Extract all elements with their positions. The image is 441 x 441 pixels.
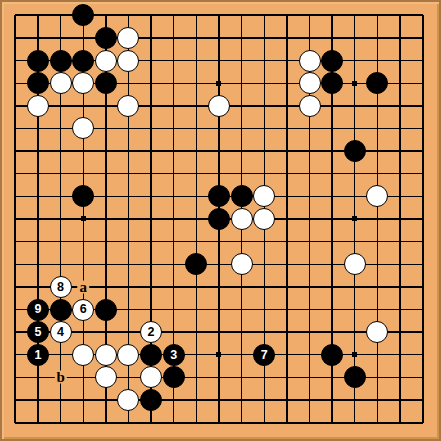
board-intersection[interactable] [140,4,163,27]
board-intersection[interactable] [389,185,412,208]
board-intersection[interactable] [298,49,321,72]
board-intersection[interactable] [49,253,72,276]
board-intersection[interactable] [389,276,412,299]
board-intersection[interactable] [117,27,140,50]
board-intersection[interactable] [208,4,231,27]
board-intersection[interactable] [162,185,185,208]
board-intersection[interactable] [49,185,72,208]
board-intersection[interactable] [27,276,50,299]
board-intersection[interactable] [27,140,50,163]
board-intersection[interactable] [276,27,299,50]
board-intersection[interactable] [140,230,163,253]
board-intersection[interactable] [49,298,72,321]
board-intersection[interactable] [230,276,253,299]
board-intersection[interactable] [411,253,434,276]
board-intersection[interactable] [253,230,276,253]
board-intersection[interactable] [185,95,208,118]
board-intersection[interactable] [95,117,118,140]
board-intersection[interactable] [140,298,163,321]
board-intersection[interactable] [411,95,434,118]
board-intersection[interactable] [117,321,140,344]
board-intersection[interactable] [208,117,231,140]
board-intersection[interactable] [72,208,95,231]
board-intersection[interactable] [162,298,185,321]
board-intersection[interactable] [185,185,208,208]
board-intersection[interactable] [117,253,140,276]
board-intersection[interactable] [321,389,344,412]
board-intersection[interactable] [389,411,412,434]
board-intersection[interactable] [185,72,208,95]
board-intersection[interactable] [298,230,321,253]
board-intersection[interactable] [117,208,140,231]
board-intersection[interactable] [27,253,50,276]
board-intersection[interactable] [208,366,231,389]
board-intersection[interactable] [185,208,208,231]
board-intersection[interactable] [389,366,412,389]
board-intersection[interactable] [411,343,434,366]
board-intersection[interactable] [298,27,321,50]
board-intersection[interactable] [411,49,434,72]
board-intersection[interactable] [4,411,27,434]
board-intersection[interactable] [95,95,118,118]
board-intersection[interactable] [276,230,299,253]
board-intersection[interactable] [162,276,185,299]
board-intersection[interactable] [343,72,366,95]
board-intersection[interactable] [366,298,389,321]
board-intersection[interactable] [253,389,276,412]
board-intersection[interactable] [411,27,434,50]
board-intersection[interactable] [208,49,231,72]
board-intersection[interactable] [4,4,27,27]
board-intersection[interactable] [27,49,50,72]
board-intersection[interactable] [27,117,50,140]
board-intersection[interactable] [95,389,118,412]
board-intersection[interactable] [4,276,27,299]
board-intersection[interactable] [27,389,50,412]
board-intersection[interactable] [389,72,412,95]
board-intersection[interactable]: 9 [27,298,50,321]
board-intersection[interactable] [366,4,389,27]
board-intersection[interactable] [366,230,389,253]
board-intersection[interactable] [366,276,389,299]
board-intersection[interactable] [321,117,344,140]
board-intersection[interactable] [95,230,118,253]
board-intersection[interactable] [95,185,118,208]
board-intersection[interactable] [72,389,95,412]
board-intersection[interactable] [185,140,208,163]
board-intersection[interactable] [298,389,321,412]
board-intersection[interactable] [253,208,276,231]
board-intersection[interactable] [117,298,140,321]
board-intersection[interactable]: 1 [27,343,50,366]
board-intersection[interactable] [411,117,434,140]
board-intersection[interactable] [27,95,50,118]
board-intersection[interactable] [49,208,72,231]
board-intersection[interactable] [4,95,27,118]
board-intersection[interactable] [162,27,185,50]
board-intersection[interactable] [208,185,231,208]
board-intersection[interactable] [162,208,185,231]
board-intersection[interactable] [117,185,140,208]
board-intersection[interactable] [321,253,344,276]
board-intersection[interactable] [140,208,163,231]
board-intersection[interactable] [140,185,163,208]
board-intersection[interactable] [4,140,27,163]
board-intersection[interactable] [298,208,321,231]
board-intersection[interactable] [95,298,118,321]
board-intersection[interactable] [27,366,50,389]
board-intersection[interactable] [343,389,366,412]
board-intersection[interactable] [72,366,95,389]
board-intersection[interactable] [95,27,118,50]
board-intersection[interactable] [343,27,366,50]
board-intersection[interactable] [162,366,185,389]
board-intersection[interactable] [366,140,389,163]
board-intersection[interactable] [4,162,27,185]
board-intersection[interactable] [140,95,163,118]
board-intersection[interactable] [230,230,253,253]
board-intersection[interactable] [366,253,389,276]
board-intersection[interactable] [95,162,118,185]
board-intersection[interactable] [411,276,434,299]
board-intersection[interactable]: 2 [140,321,163,344]
board-intersection[interactable] [72,253,95,276]
board-intersection[interactable] [208,230,231,253]
board-intersection[interactable] [389,117,412,140]
board-intersection[interactable] [366,411,389,434]
board-intersection[interactable] [411,4,434,27]
board-intersection[interactable] [276,117,299,140]
board-intersection[interactable] [117,276,140,299]
board-intersection[interactable] [298,140,321,163]
board-intersection[interactable] [72,27,95,50]
board-intersection[interactable]: 8 [49,276,72,299]
board-intersection[interactable] [208,321,231,344]
board-intersection[interactable] [230,162,253,185]
board-intersection[interactable] [366,366,389,389]
board-intersection[interactable] [298,343,321,366]
board-intersection[interactable] [72,4,95,27]
board-intersection[interactable] [117,140,140,163]
board-intersection[interactable] [140,276,163,299]
board-intersection[interactable] [298,276,321,299]
board-intersection[interactable] [140,27,163,50]
board-intersection[interactable] [185,298,208,321]
board-intersection[interactable] [389,162,412,185]
board-intersection[interactable] [49,49,72,72]
board-intersection[interactable] [343,298,366,321]
board-intersection[interactable] [411,411,434,434]
board-intersection[interactable] [140,72,163,95]
board-intersection[interactable] [162,230,185,253]
board-intersection[interactable] [185,366,208,389]
board-intersection[interactable] [72,185,95,208]
board-intersection[interactable] [95,49,118,72]
board-intersection[interactable] [253,49,276,72]
board-intersection[interactable] [321,185,344,208]
board-intersection[interactable] [411,389,434,412]
board-intersection[interactable] [321,49,344,72]
board-intersection[interactable] [4,208,27,231]
board-intersection[interactable] [389,298,412,321]
board-intersection[interactable] [321,27,344,50]
board-intersection[interactable] [4,27,27,50]
board-intersection[interactable] [253,72,276,95]
board-intersection[interactable] [72,49,95,72]
board-intersection[interactable] [411,140,434,163]
board-intersection[interactable] [162,162,185,185]
board-intersection[interactable] [343,230,366,253]
board-intersection[interactable] [276,253,299,276]
board-intersection[interactable] [208,253,231,276]
board-intersection[interactable] [4,298,27,321]
board-intersection[interactable] [185,253,208,276]
board-intersection[interactable] [230,298,253,321]
board-intersection[interactable] [276,208,299,231]
board-intersection[interactable] [140,49,163,72]
board-intersection[interactable] [366,162,389,185]
board-intersection[interactable] [117,411,140,434]
board-intersection[interactable] [276,366,299,389]
board-intersection[interactable] [27,27,50,50]
board-intersection[interactable] [343,117,366,140]
board-intersection[interactable] [230,140,253,163]
board-intersection[interactable] [208,276,231,299]
board-intersection[interactable]: a [72,276,95,299]
board-intersection[interactable] [208,298,231,321]
board-intersection[interactable] [321,208,344,231]
board-intersection[interactable] [185,230,208,253]
board-intersection[interactable] [366,72,389,95]
board-intersection[interactable] [253,185,276,208]
board-intersection[interactable] [72,95,95,118]
board-intersection[interactable] [185,162,208,185]
board-intersection[interactable] [366,321,389,344]
board-intersection[interactable] [411,72,434,95]
board-intersection[interactable] [27,230,50,253]
board-intersection[interactable]: 6 [72,298,95,321]
board-intersection[interactable] [230,4,253,27]
board-intersection[interactable] [117,4,140,27]
board-intersection[interactable] [230,72,253,95]
board-intersection[interactable] [4,72,27,95]
board-intersection[interactable] [4,230,27,253]
board-intersection[interactable] [27,185,50,208]
board-intersection[interactable] [95,253,118,276]
board-intersection[interactable] [253,117,276,140]
board-intersection[interactable] [27,4,50,27]
board-intersection[interactable] [276,321,299,344]
board-intersection[interactable] [366,343,389,366]
board-intersection[interactable] [4,389,27,412]
board-intersection[interactable] [27,411,50,434]
board-intersection[interactable] [230,27,253,50]
board-intersection[interactable] [95,140,118,163]
board-intersection[interactable] [117,117,140,140]
board-intersection[interactable] [117,230,140,253]
board-intersection[interactable] [389,389,412,412]
board-intersection[interactable] [321,298,344,321]
board-intersection[interactable] [162,140,185,163]
board-intersection[interactable] [276,389,299,412]
board-intersection[interactable]: 4 [49,321,72,344]
board-intersection[interactable] [140,117,163,140]
board-intersection[interactable] [276,185,299,208]
board-intersection[interactable] [411,162,434,185]
board-intersection[interactable] [117,366,140,389]
board-intersection[interactable] [276,49,299,72]
board-intersection[interactable] [389,253,412,276]
board-intersection[interactable] [162,72,185,95]
board-intersection[interactable]: 3 [162,343,185,366]
board-intersection[interactable] [162,321,185,344]
board-intersection[interactable] [298,321,321,344]
board-intersection[interactable] [208,411,231,434]
board-intersection[interactable] [117,95,140,118]
board-intersection[interactable] [230,49,253,72]
board-intersection[interactable] [230,321,253,344]
board-intersection[interactable] [208,140,231,163]
board-intersection[interactable] [95,4,118,27]
board-intersection[interactable] [162,4,185,27]
board-intersection[interactable] [253,162,276,185]
board-intersection[interactable] [162,253,185,276]
board-intersection[interactable] [389,208,412,231]
board-intersection[interactable] [321,72,344,95]
board-intersection[interactable] [321,321,344,344]
board-intersection[interactable] [298,185,321,208]
board-intersection[interactable] [343,162,366,185]
board-intersection[interactable] [72,230,95,253]
board-intersection[interactable] [298,162,321,185]
board-intersection[interactable] [95,276,118,299]
board-intersection[interactable] [49,230,72,253]
board-intersection[interactable] [4,253,27,276]
board-intersection[interactable] [140,389,163,412]
board-intersection[interactable] [298,298,321,321]
board-intersection[interactable] [321,140,344,163]
board-intersection[interactable] [72,162,95,185]
board-intersection[interactable] [185,117,208,140]
board-intersection[interactable] [72,72,95,95]
board-intersection[interactable] [117,49,140,72]
board-intersection[interactable] [4,185,27,208]
board-intersection[interactable]: 5 [27,321,50,344]
board-intersection[interactable] [230,411,253,434]
board-intersection[interactable] [276,298,299,321]
board-intersection[interactable] [411,185,434,208]
board-intersection[interactable] [321,411,344,434]
board-intersection[interactable] [343,140,366,163]
board-intersection[interactable] [343,366,366,389]
board-intersection[interactable] [411,366,434,389]
board-intersection[interactable] [208,95,231,118]
board-intersection[interactable] [140,411,163,434]
board-intersection[interactable] [185,411,208,434]
board-intersection[interactable] [253,298,276,321]
board-intersection[interactable] [253,366,276,389]
board-intersection[interactable] [298,411,321,434]
board-intersection[interactable] [230,343,253,366]
board-intersection[interactable] [4,343,27,366]
board-intersection[interactable] [276,140,299,163]
board-intersection[interactable] [72,117,95,140]
board-intersection[interactable] [230,185,253,208]
board-intersection[interactable] [389,95,412,118]
board-intersection[interactable] [185,49,208,72]
board-intersection[interactable] [298,117,321,140]
board-intersection[interactable] [230,117,253,140]
board-intersection[interactable] [366,117,389,140]
board-intersection[interactable] [343,276,366,299]
board-intersection[interactable] [343,253,366,276]
board-intersection[interactable] [298,366,321,389]
board-intersection[interactable] [162,117,185,140]
board-intersection[interactable] [140,253,163,276]
board-intersection[interactable] [276,95,299,118]
board-intersection[interactable] [162,49,185,72]
board-intersection[interactable] [95,208,118,231]
board-intersection[interactable] [389,343,412,366]
board-intersection[interactable] [4,117,27,140]
board-intersection[interactable] [366,389,389,412]
board-intersection[interactable] [411,321,434,344]
board-intersection[interactable] [321,4,344,27]
board-intersection[interactable] [321,276,344,299]
board-intersection[interactable] [253,276,276,299]
board-intersection[interactable] [95,343,118,366]
board-intersection[interactable] [366,95,389,118]
board-intersection[interactable] [253,95,276,118]
board-intersection[interactable] [49,95,72,118]
board-intersection[interactable] [140,366,163,389]
board-intersection[interactable] [321,343,344,366]
board-intersection[interactable] [185,389,208,412]
board-intersection[interactable] [253,253,276,276]
board-intersection[interactable] [276,276,299,299]
board-intersection[interactable] [276,4,299,27]
board-intersection[interactable] [208,208,231,231]
board-intersection[interactable] [366,27,389,50]
board-intersection[interactable] [411,230,434,253]
board-intersection[interactable] [185,4,208,27]
board-intersection[interactable] [411,298,434,321]
board-intersection[interactable] [343,321,366,344]
board-intersection[interactable] [49,4,72,27]
board-intersection[interactable] [49,117,72,140]
board-intersection[interactable] [343,185,366,208]
board-intersection[interactable] [140,343,163,366]
board-intersection[interactable] [208,72,231,95]
board-intersection[interactable] [162,389,185,412]
board-intersection[interactable] [49,389,72,412]
board-intersection[interactable]: 7 [253,343,276,366]
board-intersection[interactable] [95,72,118,95]
board-intersection[interactable] [140,162,163,185]
board-intersection[interactable] [185,321,208,344]
board-intersection[interactable] [253,321,276,344]
board-intersection[interactable] [343,49,366,72]
board-intersection[interactable] [117,162,140,185]
board-intersection[interactable] [298,253,321,276]
board-intersection[interactable] [366,49,389,72]
board-intersection[interactable] [95,321,118,344]
board-intersection[interactable] [389,321,412,344]
board-intersection[interactable] [49,27,72,50]
board-intersection[interactable] [230,253,253,276]
board-intersection[interactable] [162,411,185,434]
board-intersection[interactable] [253,411,276,434]
